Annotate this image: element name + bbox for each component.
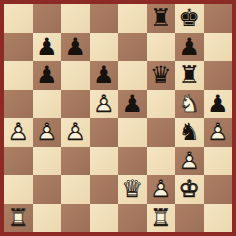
black-pawn-icon[interactable]: ♟ xyxy=(90,61,119,90)
white-king-icon[interactable]: ♚♔ xyxy=(175,175,204,204)
square-e3[interactable] xyxy=(118,147,147,176)
square-d4[interactable] xyxy=(90,118,119,147)
white-queen-icon[interactable]: ♛♕ xyxy=(118,175,147,204)
square-f3[interactable] xyxy=(147,147,176,176)
square-e8[interactable] xyxy=(118,4,147,33)
square-b8[interactable] xyxy=(33,4,62,33)
chess-board: ♜♚♟♟♟♟♟♛♜♟♙♟♞♘♟♟♙♟♙♟♙♞♟♙♟♙♛♕♟♙♚♔♜♖♜♖ xyxy=(0,0,236,236)
square-g8[interactable]: ♚ xyxy=(175,4,204,33)
square-d8[interactable] xyxy=(90,4,119,33)
square-a3[interactable] xyxy=(4,147,33,176)
square-a6[interactable] xyxy=(4,61,33,90)
square-a2[interactable] xyxy=(4,175,33,204)
square-e7[interactable] xyxy=(118,33,147,62)
square-h1[interactable] xyxy=(204,204,233,233)
square-g7[interactable]: ♟ xyxy=(175,33,204,62)
black-pawn-icon[interactable]: ♟ xyxy=(61,33,90,62)
square-a4[interactable]: ♟♙ xyxy=(4,118,33,147)
black-queen-icon[interactable]: ♛ xyxy=(147,61,176,90)
white-pawn-icon[interactable]: ♟♙ xyxy=(204,118,233,147)
square-a1[interactable]: ♜♖ xyxy=(4,204,33,233)
square-c6[interactable] xyxy=(61,61,90,90)
square-g5[interactable]: ♞♘ xyxy=(175,90,204,119)
square-c3[interactable] xyxy=(61,147,90,176)
square-b5[interactable] xyxy=(33,90,62,119)
square-c4[interactable]: ♟♙ xyxy=(61,118,90,147)
square-c2[interactable] xyxy=(61,175,90,204)
white-rook-icon[interactable]: ♜♖ xyxy=(147,204,176,233)
white-knight-icon[interactable]: ♞♘ xyxy=(175,90,204,119)
square-g1[interactable] xyxy=(175,204,204,233)
square-b1[interactable] xyxy=(33,204,62,233)
square-e6[interactable] xyxy=(118,61,147,90)
square-e4[interactable] xyxy=(118,118,147,147)
square-a8[interactable] xyxy=(4,4,33,33)
square-d7[interactable] xyxy=(90,33,119,62)
black-pawn-icon[interactable]: ♟ xyxy=(204,90,233,119)
square-h7[interactable] xyxy=(204,33,233,62)
square-f5[interactable] xyxy=(147,90,176,119)
square-h4[interactable]: ♟♙ xyxy=(204,118,233,147)
square-h5[interactable]: ♟ xyxy=(204,90,233,119)
black-pawn-icon[interactable]: ♟ xyxy=(33,33,62,62)
white-pawn-icon[interactable]: ♟♙ xyxy=(61,118,90,147)
white-pawn-icon[interactable]: ♟♙ xyxy=(4,118,33,147)
square-e1[interactable] xyxy=(118,204,147,233)
square-d2[interactable] xyxy=(90,175,119,204)
square-c1[interactable] xyxy=(61,204,90,233)
black-king-icon[interactable]: ♚ xyxy=(175,4,204,33)
square-b2[interactable] xyxy=(33,175,62,204)
white-pawn-icon[interactable]: ♟♙ xyxy=(175,147,204,176)
square-c5[interactable] xyxy=(61,90,90,119)
square-g4[interactable]: ♞ xyxy=(175,118,204,147)
square-h3[interactable] xyxy=(204,147,233,176)
black-rook-icon[interactable]: ♜ xyxy=(175,61,204,90)
square-a7[interactable] xyxy=(4,33,33,62)
square-b7[interactable]: ♟ xyxy=(33,33,62,62)
square-h6[interactable] xyxy=(204,61,233,90)
square-a5[interactable] xyxy=(4,90,33,119)
square-d1[interactable] xyxy=(90,204,119,233)
square-f1[interactable]: ♜♖ xyxy=(147,204,176,233)
square-f4[interactable] xyxy=(147,118,176,147)
square-e5[interactable]: ♟ xyxy=(118,90,147,119)
square-b6[interactable]: ♟ xyxy=(33,61,62,90)
square-h2[interactable] xyxy=(204,175,233,204)
white-pawn-icon[interactable]: ♟♙ xyxy=(90,90,119,119)
square-g3[interactable]: ♟♙ xyxy=(175,147,204,176)
white-pawn-icon[interactable]: ♟♙ xyxy=(147,175,176,204)
square-d3[interactable] xyxy=(90,147,119,176)
square-d6[interactable]: ♟ xyxy=(90,61,119,90)
square-c7[interactable]: ♟ xyxy=(61,33,90,62)
black-rook-icon[interactable]: ♜ xyxy=(147,4,176,33)
white-rook-icon[interactable]: ♜♖ xyxy=(4,204,33,233)
square-h8[interactable] xyxy=(204,4,233,33)
square-g2[interactable]: ♚♔ xyxy=(175,175,204,204)
square-f2[interactable]: ♟♙ xyxy=(147,175,176,204)
black-pawn-icon[interactable]: ♟ xyxy=(118,90,147,119)
square-b3[interactable] xyxy=(33,147,62,176)
black-knight-icon[interactable]: ♞ xyxy=(175,118,204,147)
square-c8[interactable] xyxy=(61,4,90,33)
square-f6[interactable]: ♛ xyxy=(147,61,176,90)
square-e2[interactable]: ♛♕ xyxy=(118,175,147,204)
black-pawn-icon[interactable]: ♟ xyxy=(175,33,204,62)
white-pawn-icon[interactable]: ♟♙ xyxy=(33,118,62,147)
square-f8[interactable]: ♜ xyxy=(147,4,176,33)
square-f7[interactable] xyxy=(147,33,176,62)
square-d5[interactable]: ♟♙ xyxy=(90,90,119,119)
square-b4[interactable]: ♟♙ xyxy=(33,118,62,147)
black-pawn-icon[interactable]: ♟ xyxy=(33,61,62,90)
square-g6[interactable]: ♜ xyxy=(175,61,204,90)
